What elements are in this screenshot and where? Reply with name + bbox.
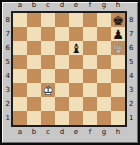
square-h8[interactable]: ♚ [111, 13, 125, 27]
square-f6[interactable] [83, 41, 97, 55]
square-f2[interactable] [83, 97, 97, 111]
square-e4[interactable] [69, 69, 83, 83]
square-a8[interactable] [13, 13, 27, 27]
square-b4[interactable] [27, 69, 41, 83]
chess-diagram: abcdefgh abcdefgh 87654321 87654321 ♚♟♝♛… [0, 0, 140, 145]
square-d6[interactable] [55, 41, 69, 55]
square-a7[interactable] [13, 27, 27, 41]
square-d5[interactable] [55, 55, 69, 69]
square-d3[interactable] [55, 83, 69, 97]
square-d4[interactable] [55, 69, 69, 83]
square-h3[interactable] [111, 83, 125, 97]
square-c6[interactable] [41, 41, 55, 55]
black-bishop: ♝ [69, 41, 83, 55]
square-e5[interactable] [69, 55, 83, 69]
square-b1[interactable] [27, 111, 41, 125]
square-g3[interactable] [97, 83, 111, 97]
square-d1[interactable] [55, 111, 69, 125]
square-f4[interactable] [83, 69, 97, 83]
square-d2[interactable] [55, 97, 69, 111]
square-c2[interactable] [41, 97, 55, 111]
square-f5[interactable] [83, 55, 97, 69]
square-b7[interactable] [27, 27, 41, 41]
square-c7[interactable] [41, 27, 55, 41]
square-c1[interactable] [41, 111, 55, 125]
square-a4[interactable] [13, 69, 27, 83]
square-a6[interactable] [13, 41, 27, 55]
square-b8[interactable] [27, 13, 41, 27]
square-c8[interactable] [41, 13, 55, 27]
square-g1[interactable] [97, 111, 111, 125]
square-g4[interactable] [97, 69, 111, 83]
square-f8[interactable] [83, 13, 97, 27]
square-h6[interactable]: ♛♕ [111, 41, 125, 55]
white-king: ♔ [41, 83, 55, 97]
square-c5[interactable] [41, 55, 55, 69]
white-king-fill: ♚ [41, 83, 55, 97]
square-f7[interactable] [83, 27, 97, 41]
square-e8[interactable] [69, 13, 83, 27]
square-g6[interactable] [97, 41, 111, 55]
square-c3[interactable]: ♚♔ [41, 83, 55, 97]
square-d7[interactable] [55, 27, 69, 41]
square-f1[interactable] [83, 111, 97, 125]
black-king: ♚ [111, 13, 125, 27]
square-g7[interactable] [97, 27, 111, 41]
square-h4[interactable] [111, 69, 125, 83]
square-a3[interactable] [13, 83, 27, 97]
square-h7[interactable]: ♟ [111, 27, 125, 41]
square-f3[interactable] [83, 83, 97, 97]
square-b2[interactable] [27, 97, 41, 111]
square-a5[interactable] [13, 55, 27, 69]
square-h5[interactable] [111, 55, 125, 69]
square-h1[interactable] [111, 111, 125, 125]
square-b6[interactable] [27, 41, 41, 55]
white-queen: ♕ [111, 41, 125, 55]
black-pawn: ♟ [111, 27, 125, 41]
white-queen-fill: ♛ [111, 41, 125, 55]
square-e6[interactable]: ♝ [69, 41, 83, 55]
square-h2[interactable] [111, 97, 125, 111]
square-e2[interactable] [69, 97, 83, 111]
square-b5[interactable] [27, 55, 41, 69]
square-g8[interactable] [97, 13, 111, 27]
square-c4[interactable] [41, 69, 55, 83]
square-g5[interactable] [97, 55, 111, 69]
square-e7[interactable] [69, 27, 83, 41]
square-d8[interactable] [55, 13, 69, 27]
square-e1[interactable] [69, 111, 83, 125]
chess-board: ♚♟♝♛♕♚♔ [11, 11, 127, 127]
square-e3[interactable] [69, 83, 83, 97]
square-a2[interactable] [13, 97, 27, 111]
square-g2[interactable] [97, 97, 111, 111]
square-a1[interactable] [13, 111, 27, 125]
square-b3[interactable] [27, 83, 41, 97]
